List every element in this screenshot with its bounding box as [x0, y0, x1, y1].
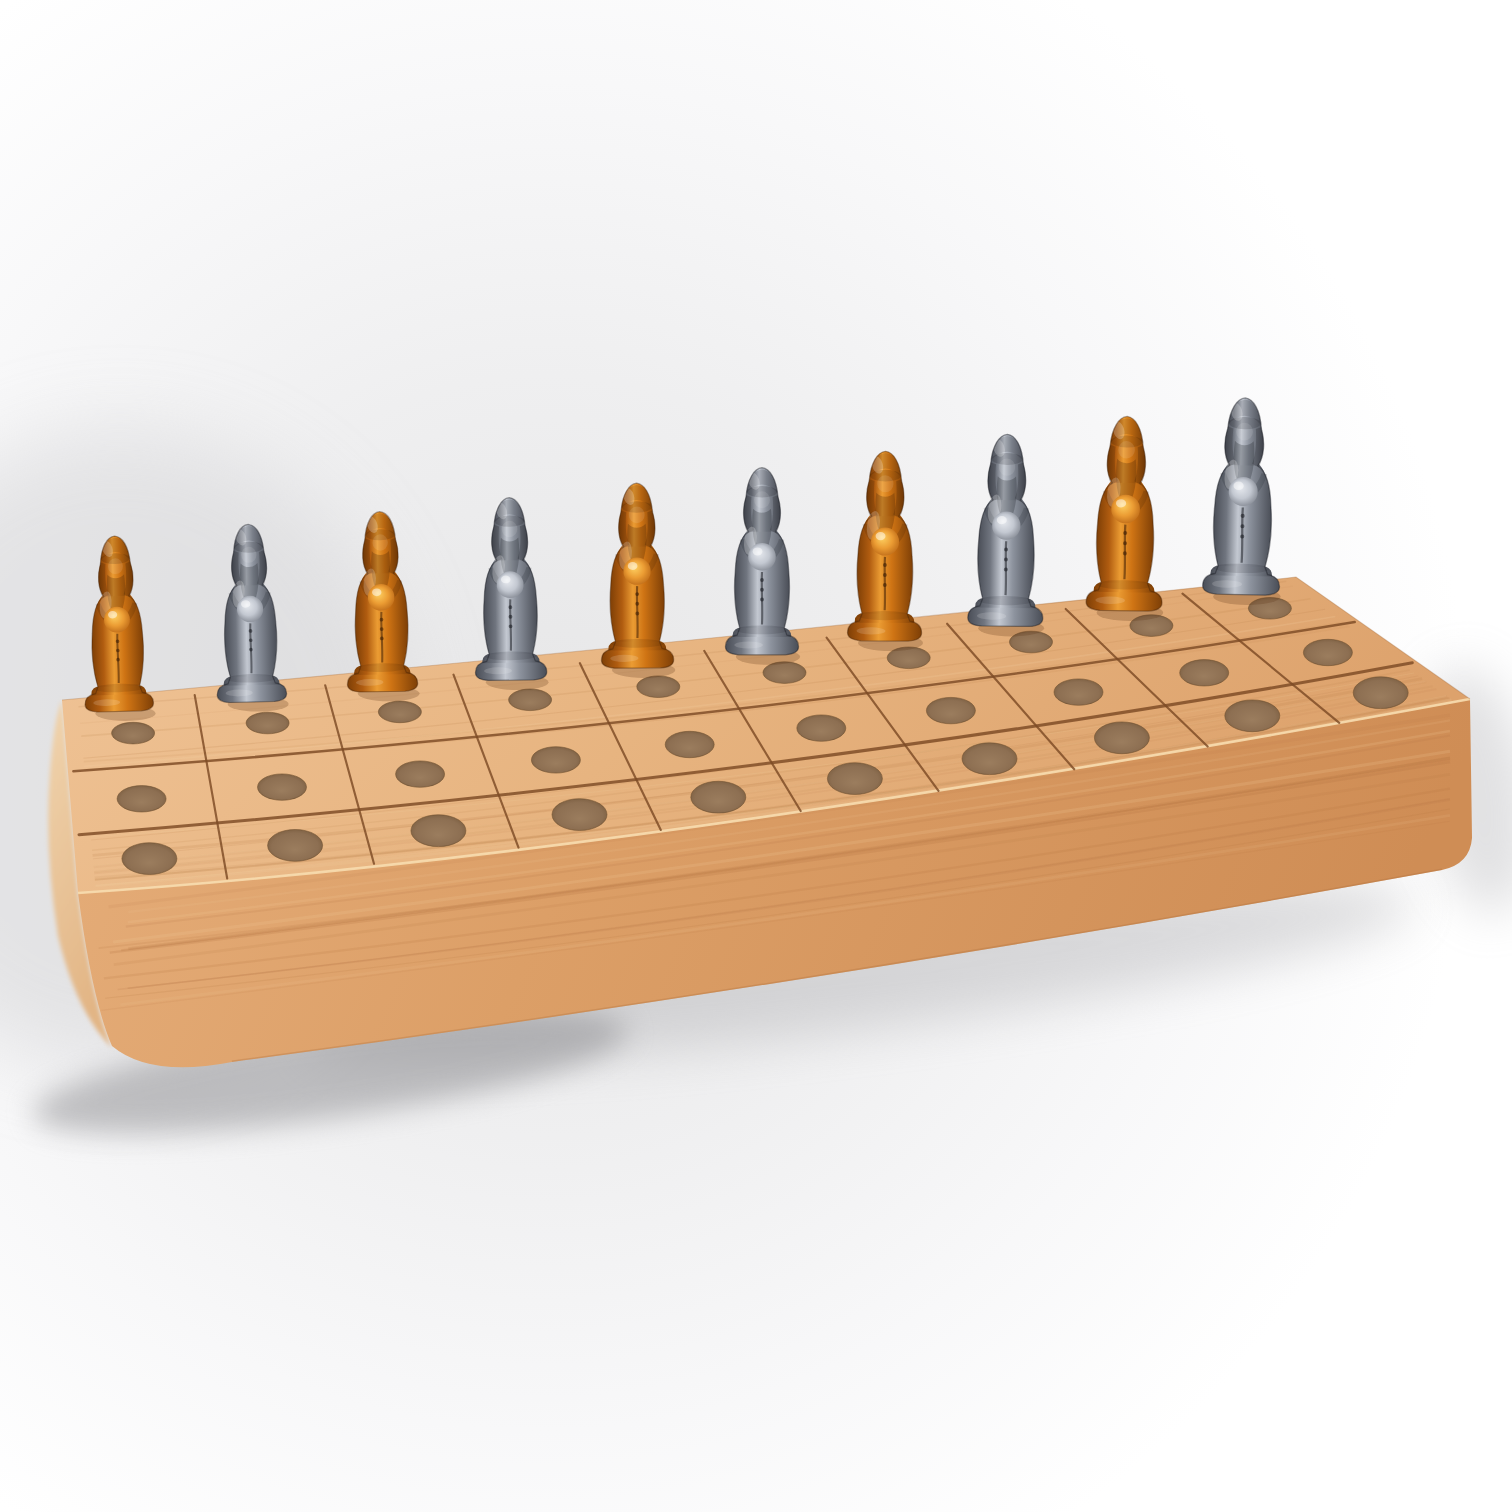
- hole-r2c3[interactable]: [396, 761, 445, 787]
- scene: [0, 0, 1512, 1512]
- hole-r1c6[interactable]: [763, 662, 806, 684]
- hole-r3c10[interactable]: [1353, 677, 1408, 709]
- hole-r1c3[interactable]: [378, 701, 421, 723]
- hole-r2c2[interactable]: [258, 774, 307, 800]
- hole-r3c4[interactable]: [552, 799, 607, 831]
- hole-r2c6[interactable]: [797, 715, 846, 741]
- hole-r1c1[interactable]: [112, 722, 155, 744]
- hole-r1c2[interactable]: [246, 712, 289, 734]
- hole-r2c7[interactable]: [926, 697, 975, 723]
- hole-r3c5[interactable]: [691, 781, 746, 813]
- hole-r2c4[interactable]: [531, 747, 580, 773]
- hole-r2c8[interactable]: [1054, 679, 1103, 705]
- hole-r1c4[interactable]: [509, 689, 552, 711]
- hole-r2c10[interactable]: [1303, 639, 1352, 665]
- hole-r3c3[interactable]: [411, 815, 466, 847]
- hole-r3c1[interactable]: [122, 843, 177, 875]
- hole-r3c9[interactable]: [1225, 700, 1280, 732]
- hole-r2c5[interactable]: [665, 731, 714, 757]
- hole-r2c9[interactable]: [1180, 660, 1229, 686]
- hole-r1c5[interactable]: [637, 676, 680, 698]
- hole-r3c2[interactable]: [268, 830, 323, 862]
- hole-r3c8[interactable]: [1094, 722, 1149, 754]
- hole-r3c6[interactable]: [827, 763, 882, 795]
- hole-r2c1[interactable]: [117, 786, 166, 812]
- peg-board-photo: [0, 0, 1512, 1512]
- hole-r3c7[interactable]: [962, 743, 1017, 775]
